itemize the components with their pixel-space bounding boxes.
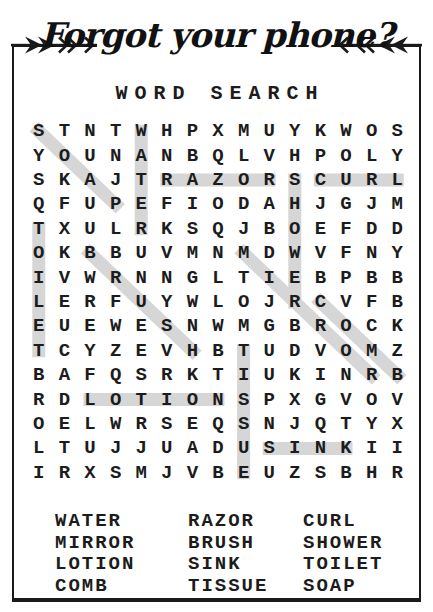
grid-cell-r5c10[interactable]: B — [256, 217, 282, 241]
grid-cell-r6c12[interactable]: V — [308, 241, 334, 265]
grid-cell-r5c12[interactable]: E — [308, 217, 334, 241]
word-list-item-soap: SOAP — [303, 576, 405, 598]
word-list-column-3: CURLSHOWERTOILETSOAP — [303, 511, 405, 598]
grid-cell-r15c13[interactable]: B — [333, 461, 359, 485]
grid-cell-r2c2[interactable]: O — [52, 143, 78, 167]
grid-cell-r1c1[interactable]: S — [26, 119, 52, 143]
grid-cell-r12c8[interactable]: N — [205, 387, 231, 411]
grid-cell-r5c9[interactable]: J — [231, 217, 257, 241]
grid-cell-r8c4[interactable]: F — [103, 290, 129, 314]
grid-cell-r14c14[interactable]: I — [359, 436, 385, 460]
grid-cell-r9c8[interactable]: W — [205, 314, 231, 338]
grid-cell-r9c6[interactable]: S — [154, 314, 180, 338]
grid-cell-r10c8[interactable]: B — [205, 339, 231, 363]
grid-cell-r12c12[interactable]: G — [308, 387, 334, 411]
grid-cell-r10c12[interactable]: V — [308, 339, 334, 363]
grid-cell-r15c6[interactable]: J — [154, 461, 180, 485]
grid-cell-r13c3[interactable]: L — [77, 412, 103, 436]
grid-cell-r4c2[interactable]: F — [52, 192, 78, 216]
word-list-item-brush: BRUSH — [188, 533, 303, 555]
grid-cell-r13c13[interactable]: T — [333, 412, 359, 436]
grid-cell-r6c1[interactable]: O — [26, 241, 52, 265]
grid-cell-r5c14[interactable]: D — [359, 217, 385, 241]
grid-cell-r7c7[interactable]: G — [180, 265, 206, 289]
word-list-item-tissue: TISSUE — [188, 576, 303, 598]
grid-cell-r15c2[interactable]: R — [52, 461, 78, 485]
grid-cell-r5c11[interactable]: O — [282, 217, 308, 241]
puzzle-page: Forgot your phone? WORD SEARCH STNTWHPXM… — [0, 0, 433, 612]
grid-cell-r8c3[interactable]: R — [77, 290, 103, 314]
grid-cell-r4c15[interactable]: M — [384, 192, 410, 216]
grid-cell-r12c2[interactable]: D — [52, 387, 78, 411]
grid-cell-r11c6[interactable]: R — [154, 363, 180, 387]
grid-cell-r2c10[interactable]: V — [256, 143, 282, 167]
grid-cell-r6c8[interactable]: N — [205, 241, 231, 265]
puzzle-subtitle: WORD SEARCH — [0, 82, 433, 105]
grid-cell-r8c5[interactable]: U — [128, 290, 154, 314]
grid-cell-r10c15[interactable]: Z — [384, 339, 410, 363]
grid-cell-r2c13[interactable]: O — [333, 143, 359, 167]
grid-cell-r4c11[interactable]: H — [282, 192, 308, 216]
grid-cell-r2c7[interactable]: B — [180, 143, 206, 167]
grid-cell-r15c14[interactable]: H — [359, 461, 385, 485]
grid-cell-r9c9[interactable]: M — [231, 314, 257, 338]
grid-cell-r12c6[interactable]: I — [154, 387, 180, 411]
grid-cell-r10c5[interactable]: E — [128, 339, 154, 363]
grid-cell-r4c1[interactable]: Q — [26, 192, 52, 216]
grid-cell-r3c13[interactable]: U — [333, 168, 359, 192]
grid-cell-r13c1[interactable]: O — [26, 412, 52, 436]
grid-cell-r5c15[interactable]: D — [384, 217, 410, 241]
grid-cell-r9c4[interactable]: W — [103, 314, 129, 338]
grid-cell-r9c13[interactable]: O — [333, 314, 359, 338]
grid-cell-r12c7[interactable]: O — [180, 387, 206, 411]
grid-cell-r15c10[interactable]: U — [256, 461, 282, 485]
grid-cell-r11c3[interactable]: F — [77, 363, 103, 387]
grid-cell-r6c5[interactable]: U — [128, 241, 154, 265]
grid-cell-r5c13[interactable]: F — [333, 217, 359, 241]
grid-cell-r14c4[interactable]: J — [103, 436, 129, 460]
grid-cell-r6c7[interactable]: M — [180, 241, 206, 265]
word-list-column-2: RAZORBRUSHSINKTISSUE — [188, 511, 303, 598]
grid-cell-r8c9[interactable]: O — [231, 290, 257, 314]
word-list-column-1: WATERMIRRORLOTIONCOMB — [55, 511, 188, 598]
grid-cell-r15c11[interactable]: Z — [282, 461, 308, 485]
grid-cell-r3c12[interactable]: C — [308, 168, 334, 192]
grid-cell-r6c3[interactable]: B — [77, 241, 103, 265]
grid-cell-r5c3[interactable]: U — [77, 217, 103, 241]
grid-cell-r5c2[interactable]: X — [52, 217, 78, 241]
grid-cell-r1c6[interactable]: H — [154, 119, 180, 143]
grid-cell-r13c8[interactable]: Q — [205, 412, 231, 436]
grid-cell-r1c12[interactable]: K — [308, 119, 334, 143]
word-list-item-lotion: LOTION — [55, 554, 188, 576]
grid-cell-r2c8[interactable]: Q — [205, 143, 231, 167]
grid-cell-r7c8[interactable]: L — [205, 265, 231, 289]
grid-cell-r15c7[interactable]: V — [180, 461, 206, 485]
grid-cell-r4c13[interactable]: G — [333, 192, 359, 216]
grid-cell-r9c10[interactable]: G — [256, 314, 282, 338]
grid-cell-r9c12[interactable]: R — [308, 314, 334, 338]
grid-cell-r7c2[interactable]: V — [52, 265, 78, 289]
grid-cell-r8c15[interactable]: B — [384, 290, 410, 314]
grid-cell-r5c6[interactable]: K — [154, 217, 180, 241]
grid-cell-r7c12[interactable]: B — [308, 265, 334, 289]
grid-cell-r1c14[interactable]: O — [359, 119, 385, 143]
grid-cell-r6c6[interactable]: V — [154, 241, 180, 265]
word-list-item-water: WATER — [55, 511, 188, 533]
grid-cell-r8c14[interactable]: F — [359, 290, 385, 314]
grid-cell-r11c8[interactable]: T — [205, 363, 231, 387]
grid-cell-r14c5[interactable]: J — [128, 436, 154, 460]
grid-cell-r7c15[interactable]: B — [384, 265, 410, 289]
puzzle-title: Forgot your phone? — [0, 6, 433, 68]
grid-cell-r1c13[interactable]: W — [333, 119, 359, 143]
grid-cell-r13c9[interactable]: S — [231, 412, 257, 436]
grid-cell-r6c9[interactable]: M — [231, 241, 257, 265]
grid-cell-r6c13[interactable]: F — [333, 241, 359, 265]
grid-cell-r7c3[interactable]: W — [77, 265, 103, 289]
grid-cell-r2c3[interactable]: U — [77, 143, 103, 167]
grid-cell-r8c13[interactable]: V — [333, 290, 359, 314]
grid-cell-r14c1[interactable]: L — [26, 436, 52, 460]
grid-cell-r3c5[interactable]: T — [128, 168, 154, 192]
grid-cell-r12c11[interactable]: X — [282, 387, 308, 411]
grid-cell-r12c5[interactable]: T — [128, 387, 154, 411]
grid-cell-r11c5[interactable]: S — [128, 363, 154, 387]
grid-cell-r4c10[interactable]: A — [256, 192, 282, 216]
grid-cell-r9c5[interactable]: E — [128, 314, 154, 338]
grid-cell-r10c6[interactable]: V — [154, 339, 180, 363]
grid-cell-r12c3[interactable]: L — [77, 387, 103, 411]
grid-cell-r4c7[interactable]: I — [180, 192, 206, 216]
grid-cell-r6c11[interactable]: W — [282, 241, 308, 265]
grid-cell-r5c8[interactable]: Q — [205, 217, 231, 241]
grid-cell-r3c7[interactable]: A — [180, 168, 206, 192]
grid-cell-r13c10[interactable]: N — [256, 412, 282, 436]
grid-cell-r10c2[interactable]: C — [52, 339, 78, 363]
grid-cell-r2c15[interactable]: Y — [384, 143, 410, 167]
grid-cell-r7c5[interactable]: N — [128, 265, 154, 289]
word-list-item-toilet: TOILET — [303, 554, 405, 576]
grid-cell-r15c5[interactable]: M — [128, 461, 154, 485]
grid-cell-r1c5[interactable]: W — [128, 119, 154, 143]
grid-cell-r9c1[interactable]: E — [26, 314, 52, 338]
grid-cell-r10c11[interactable]: D — [282, 339, 308, 363]
grid-cell-r2c4[interactable]: N — [103, 143, 129, 167]
grid-cell-r14c9[interactable]: U — [231, 436, 257, 460]
grid-cell-r7c4[interactable]: R — [103, 265, 129, 289]
grid-cell-r9c14[interactable]: C — [359, 314, 385, 338]
grid-cell-r12c9[interactable]: S — [231, 387, 257, 411]
grid-cell-r13c12[interactable]: Q — [308, 412, 334, 436]
grid-cell-r4c4[interactable]: P — [103, 192, 129, 216]
grid-cell-r13c6[interactable]: S — [154, 412, 180, 436]
grid-cell-r7c13[interactable]: P — [333, 265, 359, 289]
grid-cell-r7c10[interactable]: I — [256, 265, 282, 289]
grid-cell-r15c1[interactable]: I — [26, 461, 52, 485]
grid-cell-r15c12[interactable]: S — [308, 461, 334, 485]
word-list-item-mirror: MIRROR — [55, 533, 188, 555]
grid-cell-r8c8[interactable]: L — [205, 290, 231, 314]
grid-cell-r13c4[interactable]: W — [103, 412, 129, 436]
grid-cell-r10c13[interactable]: O — [333, 339, 359, 363]
grid-cell-r7c6[interactable]: N — [154, 265, 180, 289]
grid-cell-r14c12[interactable]: N — [308, 436, 334, 460]
grid-cell-r13c15[interactable]: X — [384, 412, 410, 436]
grid-cell-r3c1[interactable]: S — [26, 168, 52, 192]
grid-cell-r13c5[interactable]: R — [128, 412, 154, 436]
grid-cell-r3c11[interactable]: S — [282, 168, 308, 192]
grid-cell-r5c4[interactable]: L — [103, 217, 129, 241]
word-list-item-comb: COMB — [55, 576, 188, 598]
grid-cell-r14c13[interactable]: K — [333, 436, 359, 460]
grid-cell-r7c9[interactable]: T — [231, 265, 257, 289]
grid-cell-r9c15[interactable]: K — [384, 314, 410, 338]
grid-cell-r4c6[interactable]: F — [154, 192, 180, 216]
grid-cell-r2c5[interactable]: A — [128, 143, 154, 167]
grid-cell-r1c4[interactable]: T — [103, 119, 129, 143]
grid-cell-r8c11[interactable]: R — [282, 290, 308, 314]
grid-cell-r8c6[interactable]: Y — [154, 290, 180, 314]
grid-cell-r3c6[interactable]: R — [154, 168, 180, 192]
grid-cell-r8c1[interactable]: L — [26, 290, 52, 314]
grid-cell-r15c15[interactable]: R — [384, 461, 410, 485]
grid-cell-r15c9[interactable]: E — [231, 461, 257, 485]
grid-cell-r14c11[interactable]: I — [282, 436, 308, 460]
grid-cell-r9c7[interactable]: N — [180, 314, 206, 338]
grid-cell-r11c13[interactable]: N — [333, 363, 359, 387]
grid-cell-r10c9[interactable]: T — [231, 339, 257, 363]
grid-cell-r11c12[interactable]: I — [308, 363, 334, 387]
grid-cell-r4c5[interactable]: E — [128, 192, 154, 216]
grid-cell-r1c2[interactable]: T — [52, 119, 78, 143]
grid-cell-r4c3[interactable]: U — [77, 192, 103, 216]
grid-cell-r9c11[interactable]: B — [282, 314, 308, 338]
grid-cell-r13c2[interactable]: E — [52, 412, 78, 436]
grid-cell-r14c2[interactable]: T — [52, 436, 78, 460]
grid-cell-r13c7[interactable]: E — [180, 412, 206, 436]
grid-cell-r11c1[interactable]: B — [26, 363, 52, 387]
grid-cell-r1c15[interactable]: S — [384, 119, 410, 143]
grid-cell-r8c7[interactable]: W — [180, 290, 206, 314]
grid-cell-r11c11[interactable]: K — [282, 363, 308, 387]
grid-cell-r3c14[interactable]: R — [359, 168, 385, 192]
grid-cell-r2c9[interactable]: L — [231, 143, 257, 167]
grid-cell-r11c15[interactable]: B — [384, 363, 410, 387]
grid-cell-r5c7[interactable]: S — [180, 217, 206, 241]
grid-cell-r4c12[interactable]: J — [308, 192, 334, 216]
grid-cell-r14c15[interactable]: I — [384, 436, 410, 460]
grid-cell-r14c10[interactable]: S — [256, 436, 282, 460]
grid-cell-r12c15[interactable]: V — [384, 387, 410, 411]
grid-cell-r14c6[interactable]: U — [154, 436, 180, 460]
grid-cell-r12c13[interactable]: V — [333, 387, 359, 411]
grid-cell-r10c14[interactable]: M — [359, 339, 385, 363]
grid-cell-r3c10[interactable]: R — [256, 168, 282, 192]
grid-cell-r11c10[interactable]: U — [256, 363, 282, 387]
grid-cell-r11c14[interactable]: R — [359, 363, 385, 387]
grid-cell-r3c4[interactable]: J — [103, 168, 129, 192]
grid-cell-r7c14[interactable]: B — [359, 265, 385, 289]
grid-cell-r3c3[interactable]: A — [77, 168, 103, 192]
grid-cell-r3c9[interactable]: O — [231, 168, 257, 192]
grid-cell-r1c8[interactable]: X — [205, 119, 231, 143]
grid-cell-r6c14[interactable]: N — [359, 241, 385, 265]
grid-cell-r9c3[interactable]: E — [77, 314, 103, 338]
grid-cell-r5c5[interactable]: R — [128, 217, 154, 241]
grid-cell-r11c7[interactable]: K — [180, 363, 206, 387]
grid-cell-r4c8[interactable]: O — [205, 192, 231, 216]
grid-cell-r2c14[interactable]: L — [359, 143, 385, 167]
grid-cell-r1c3[interactable]: N — [77, 119, 103, 143]
grid-cell-r11c4[interactable]: Q — [103, 363, 129, 387]
grid-cell-r1c9[interactable]: M — [231, 119, 257, 143]
word-search-grid: STNTWHPXMUYKWOSYOUNANBQLVHPOLYSKAJTRAZOR… — [26, 119, 410, 485]
grid-cell-r14c7[interactable]: A — [180, 436, 206, 460]
grid-cell-r3c8[interactable]: Z — [205, 168, 231, 192]
grid-cell-r8c2[interactable]: E — [52, 290, 78, 314]
grid-cell-r8c12[interactable]: C — [308, 290, 334, 314]
grid-cell-r1c11[interactable]: Y — [282, 119, 308, 143]
grid-cell-r15c4[interactable]: S — [103, 461, 129, 485]
grid-cell-r15c8[interactable]: B — [205, 461, 231, 485]
grid-cell-r10c4[interactable]: Z — [103, 339, 129, 363]
word-list-item-shower: SHOWER — [303, 533, 405, 555]
grid-cell-r12c10[interactable]: P — [256, 387, 282, 411]
grid-cell-r11c2[interactable]: A — [52, 363, 78, 387]
grid-cell-r12c4[interactable]: O — [103, 387, 129, 411]
grid-cell-r3c15[interactable]: L — [384, 168, 410, 192]
grid-cell-r14c8[interactable]: D — [205, 436, 231, 460]
grid-cell-r13c11[interactable]: J — [282, 412, 308, 436]
grid-cell-r8c10[interactable]: J — [256, 290, 282, 314]
word-list-item-razor: RAZOR — [188, 511, 303, 533]
grid-cell-r2c6[interactable]: N — [154, 143, 180, 167]
grid-cell-r2c11[interactable]: H — [282, 143, 308, 167]
grid-cell-r2c1[interactable]: Y — [26, 143, 52, 167]
grid-cell-r6c4[interactable]: B — [103, 241, 129, 265]
grid-cell-r13c14[interactable]: Y — [359, 412, 385, 436]
word-list: WATERMIRRORLOTIONCOMBRAZORBRUSHSINKTISSU… — [55, 511, 405, 598]
grid-cell-r1c10[interactable]: U — [256, 119, 282, 143]
grid-cell-r6c10[interactable]: D — [256, 241, 282, 265]
letter-grid: STNTWHPXMUYKWOSYOUNANBQLVHPOLYSKAJTRAZOR… — [26, 119, 410, 485]
grid-cell-r7c1[interactable]: I — [26, 265, 52, 289]
grid-cell-r12c1[interactable]: R — [26, 387, 52, 411]
grid-cell-r10c3[interactable]: Y — [77, 339, 103, 363]
grid-cell-r12c14[interactable]: O — [359, 387, 385, 411]
grid-cell-r7c11[interactable]: E — [282, 265, 308, 289]
grid-cell-r11c9[interactable]: I — [231, 363, 257, 387]
grid-cell-r2c12[interactable]: P — [308, 143, 334, 167]
grid-cell-r14c3[interactable]: U — [77, 436, 103, 460]
grid-cell-r4c14[interactable]: J — [359, 192, 385, 216]
grid-cell-r10c1[interactable]: T — [26, 339, 52, 363]
grid-cell-r4c9[interactable]: D — [231, 192, 257, 216]
grid-cell-r10c7[interactable]: H — [180, 339, 206, 363]
word-list-item-curl: CURL — [303, 511, 405, 533]
grid-cell-r1c7[interactable]: P — [180, 119, 206, 143]
grid-cell-r9c2[interactable]: U — [52, 314, 78, 338]
grid-cell-r6c2[interactable]: K — [52, 241, 78, 265]
grid-cell-r3c2[interactable]: K — [52, 168, 78, 192]
grid-cell-r5c1[interactable]: T — [26, 217, 52, 241]
grid-cell-r10c10[interactable]: U — [256, 339, 282, 363]
grid-cell-r6c15[interactable]: Y — [384, 241, 410, 265]
word-list-item-sink: SINK — [188, 554, 303, 576]
grid-cell-r15c3[interactable]: X — [77, 461, 103, 485]
